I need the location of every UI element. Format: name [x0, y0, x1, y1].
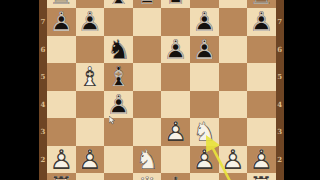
- square-h2[interactable]: ♟♙: [247, 146, 276, 174]
- piece-black-bishop-c5[interactable]: ♝♗: [104, 63, 133, 91]
- square-g5[interactable]: [219, 63, 248, 91]
- square-f4[interactable]: [190, 91, 219, 119]
- square-b8[interactable]: [76, 0, 105, 8]
- square-c1[interactable]: [104, 173, 133, 180]
- square-d3[interactable]: [133, 118, 162, 146]
- square-h1[interactable]: ♜♖: [247, 173, 276, 180]
- rank-label-4: 4: [276, 100, 284, 109]
- piece-white-rook-h1[interactable]: ♜♖: [247, 173, 276, 180]
- piece-black-pawn-f6[interactable]: ♟♙: [190, 36, 219, 64]
- square-c4[interactable]: ♟♙: [104, 91, 133, 119]
- square-h4[interactable]: [247, 91, 276, 119]
- square-e8[interactable]: ♚♔: [161, 0, 190, 8]
- square-a4[interactable]: [47, 91, 76, 119]
- square-a3[interactable]: [47, 118, 76, 146]
- piece-black-rook-h8[interactable]: ♜♖: [247, 0, 276, 8]
- piece-black-bishop-c8[interactable]: ♝♗: [104, 0, 133, 8]
- video-frame: ♜♖♝♗♛♕♚♔♜♖♟♙♟♙♟♙♟♙♞♘♟♙♟♙♝♗♝♗♟♙♟♙♞♘♟♙♟♙♞♘…: [0, 0, 320, 180]
- square-b7[interactable]: ♟♙: [76, 8, 105, 36]
- piece-white-pawn-a2[interactable]: ♟♙: [47, 146, 76, 174]
- square-g8[interactable]: [219, 0, 248, 8]
- piece-white-pawn-e3[interactable]: ♟♙: [161, 118, 190, 146]
- piece-white-pawn-b2[interactable]: ♟♙: [76, 146, 105, 174]
- piece-white-knight-d2[interactable]: ♞♘: [133, 146, 162, 174]
- piece-black-pawn-f7[interactable]: ♟♙: [190, 8, 219, 36]
- rank-label-7: 7: [39, 17, 47, 26]
- square-g2[interactable]: ♟♙: [219, 146, 248, 174]
- piece-black-pawn-e6[interactable]: ♟♙: [161, 36, 190, 64]
- square-b3[interactable]: [76, 118, 105, 146]
- square-e2[interactable]: [161, 146, 190, 174]
- piece-black-knight-c6[interactable]: ♞♘: [104, 36, 133, 64]
- square-e3[interactable]: ♟♙: [161, 118, 190, 146]
- square-f2[interactable]: ♟♙: [190, 146, 219, 174]
- square-c7[interactable]: [104, 8, 133, 36]
- rank-label-2: 2: [276, 155, 284, 164]
- square-h7[interactable]: ♟♙: [247, 8, 276, 36]
- square-a7[interactable]: ♟♙: [47, 8, 76, 36]
- piece-white-pawn-h2[interactable]: ♟♙: [247, 146, 276, 174]
- square-a8[interactable]: ♜♖: [47, 0, 76, 8]
- square-h6[interactable]: [247, 36, 276, 64]
- square-c6[interactable]: ♞♘: [104, 36, 133, 64]
- square-f7[interactable]: ♟♙: [190, 8, 219, 36]
- square-a6[interactable]: [47, 36, 76, 64]
- square-b4[interactable]: [76, 91, 105, 119]
- square-g4[interactable]: [219, 91, 248, 119]
- square-d4[interactable]: [133, 91, 162, 119]
- square-b1[interactable]: [76, 173, 105, 180]
- square-f3[interactable]: ♞♘: [190, 118, 219, 146]
- square-d2[interactable]: ♞♘: [133, 146, 162, 174]
- square-a5[interactable]: [47, 63, 76, 91]
- rank-label-2: 2: [39, 155, 47, 164]
- square-d8[interactable]: ♛♕: [133, 0, 162, 8]
- piece-black-pawn-h7[interactable]: ♟♙: [247, 8, 276, 36]
- square-h5[interactable]: [247, 63, 276, 91]
- square-f1[interactable]: [190, 173, 219, 180]
- piece-white-bishop-b5[interactable]: ♝♗: [76, 63, 105, 91]
- piece-white-knight-f3[interactable]: ♞♘: [190, 118, 219, 146]
- square-e5[interactable]: [161, 63, 190, 91]
- square-g1[interactable]: [219, 173, 248, 180]
- square-f5[interactable]: [190, 63, 219, 91]
- square-e6[interactable]: ♟♙: [161, 36, 190, 64]
- piece-black-pawn-b7[interactable]: ♟♙: [76, 8, 105, 36]
- piece-black-queen-d8[interactable]: ♛♕: [133, 0, 162, 8]
- chess-board: ♜♖♝♗♛♕♚♔♜♖♟♙♟♙♟♙♟♙♞♘♟♙♟♙♝♗♝♗♟♙♟♙♞♘♟♙♟♙♞♘…: [47, 0, 276, 180]
- square-g3[interactable]: [219, 118, 248, 146]
- rank-label-4: 4: [39, 100, 47, 109]
- square-a2[interactable]: ♟♙: [47, 146, 76, 174]
- square-d7[interactable]: [133, 8, 162, 36]
- rank-label-5: 5: [276, 72, 284, 81]
- rank-label-3: 3: [276, 127, 284, 136]
- square-d1[interactable]: ♛♕: [133, 173, 162, 180]
- square-d6[interactable]: [133, 36, 162, 64]
- piece-black-pawn-a7[interactable]: ♟♙: [47, 8, 76, 36]
- rank-coordinates-right: 765432: [276, 0, 284, 180]
- piece-white-pawn-f2[interactable]: ♟♙: [190, 146, 219, 174]
- square-h3[interactable]: [247, 118, 276, 146]
- square-c2[interactable]: [104, 146, 133, 174]
- square-e7[interactable]: [161, 8, 190, 36]
- rank-label-6: 6: [276, 45, 284, 54]
- rank-label-5: 5: [39, 72, 47, 81]
- square-h8[interactable]: ♜♖: [247, 0, 276, 8]
- rank-coordinates-left: 765432: [39, 0, 47, 180]
- square-g7[interactable]: [219, 8, 248, 36]
- square-d5[interactable]: [133, 63, 162, 91]
- piece-white-king-e1[interactable]: ♚♔: [161, 173, 190, 180]
- piece-black-king-e8[interactable]: ♚♔: [161, 0, 190, 8]
- square-g6[interactable]: [219, 36, 248, 64]
- square-b5[interactable]: ♝♗: [76, 63, 105, 91]
- piece-black-rook-a8[interactable]: ♜♖: [47, 0, 76, 8]
- piece-white-rook-a1[interactable]: ♜♖: [47, 173, 76, 180]
- square-c3[interactable]: [104, 118, 133, 146]
- square-e1[interactable]: ♚♔: [161, 173, 190, 180]
- square-c5[interactable]: ♝♗: [104, 63, 133, 91]
- square-e4[interactable]: [161, 91, 190, 119]
- piece-white-pawn-g2[interactable]: ♟♙: [219, 146, 248, 174]
- rank-label-7: 7: [276, 17, 284, 26]
- rank-label-6: 6: [39, 45, 47, 54]
- square-f6[interactable]: ♟♙: [190, 36, 219, 64]
- square-b6[interactable]: [76, 36, 105, 64]
- piece-white-queen-d1[interactable]: ♛♕: [133, 173, 162, 180]
- square-b2[interactable]: ♟♙: [76, 146, 105, 174]
- piece-black-pawn-c4[interactable]: ♟♙: [104, 91, 133, 119]
- rank-label-3: 3: [39, 127, 47, 136]
- square-a1[interactable]: ♜♖: [47, 173, 76, 180]
- square-c8[interactable]: ♝♗: [104, 0, 133, 8]
- square-f8[interactable]: [190, 0, 219, 8]
